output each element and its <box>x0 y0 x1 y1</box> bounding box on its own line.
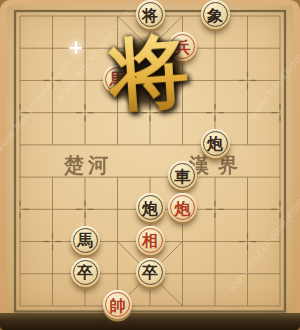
piece-black-elephant[interactable]: 象 <box>201 0 230 29</box>
piece-label: 炮 <box>175 200 191 216</box>
piece-black-general[interactable]: 将 <box>136 0 165 29</box>
piece-label: 馬 <box>110 72 126 88</box>
piece-red-elephant[interactable]: 相 <box>136 226 165 255</box>
piece-label: 兵 <box>175 39 191 55</box>
piece-label: 卒 <box>77 265 93 281</box>
piece-black-horse[interactable]: 馬 <box>71 226 100 255</box>
piece-label: 車 <box>175 168 191 184</box>
piece-label: 将 <box>142 7 158 23</box>
piece-red-horse[interactable]: 馬 <box>103 65 132 94</box>
piece-red-soldier[interactable]: 兵 <box>168 32 197 61</box>
piece-label: 炮 <box>142 200 158 216</box>
piece-label: 卒 <box>142 265 158 281</box>
piece-red-cannon[interactable]: 炮 <box>168 193 197 222</box>
piece-label: 帥 <box>110 297 126 313</box>
piece-black-cannon[interactable]: 炮 <box>136 193 165 222</box>
piece-label: 相 <box>142 233 158 249</box>
piece-label: 炮 <box>207 136 223 152</box>
piece-label: 馬 <box>77 233 93 249</box>
piece-black-chariot[interactable]: 車 <box>168 161 197 190</box>
piece-black-cannon[interactable]: 炮 <box>201 129 230 158</box>
piece-black-soldier[interactable]: 卒 <box>136 258 165 287</box>
piece-grid[interactable]: 将象兵馬炮車炮炮馬相卒卒帥 <box>4 0 297 322</box>
piece-black-soldier[interactable]: 卒 <box>71 258 100 287</box>
xiangqi-app-screen: 楚河 漢界 将象兵馬炮車炮炮馬相卒卒帥 将 www.hackhome.com w… <box>0 0 300 330</box>
piece-label: 象 <box>207 7 223 23</box>
piece-red-general[interactable]: 帥 <box>103 290 132 319</box>
